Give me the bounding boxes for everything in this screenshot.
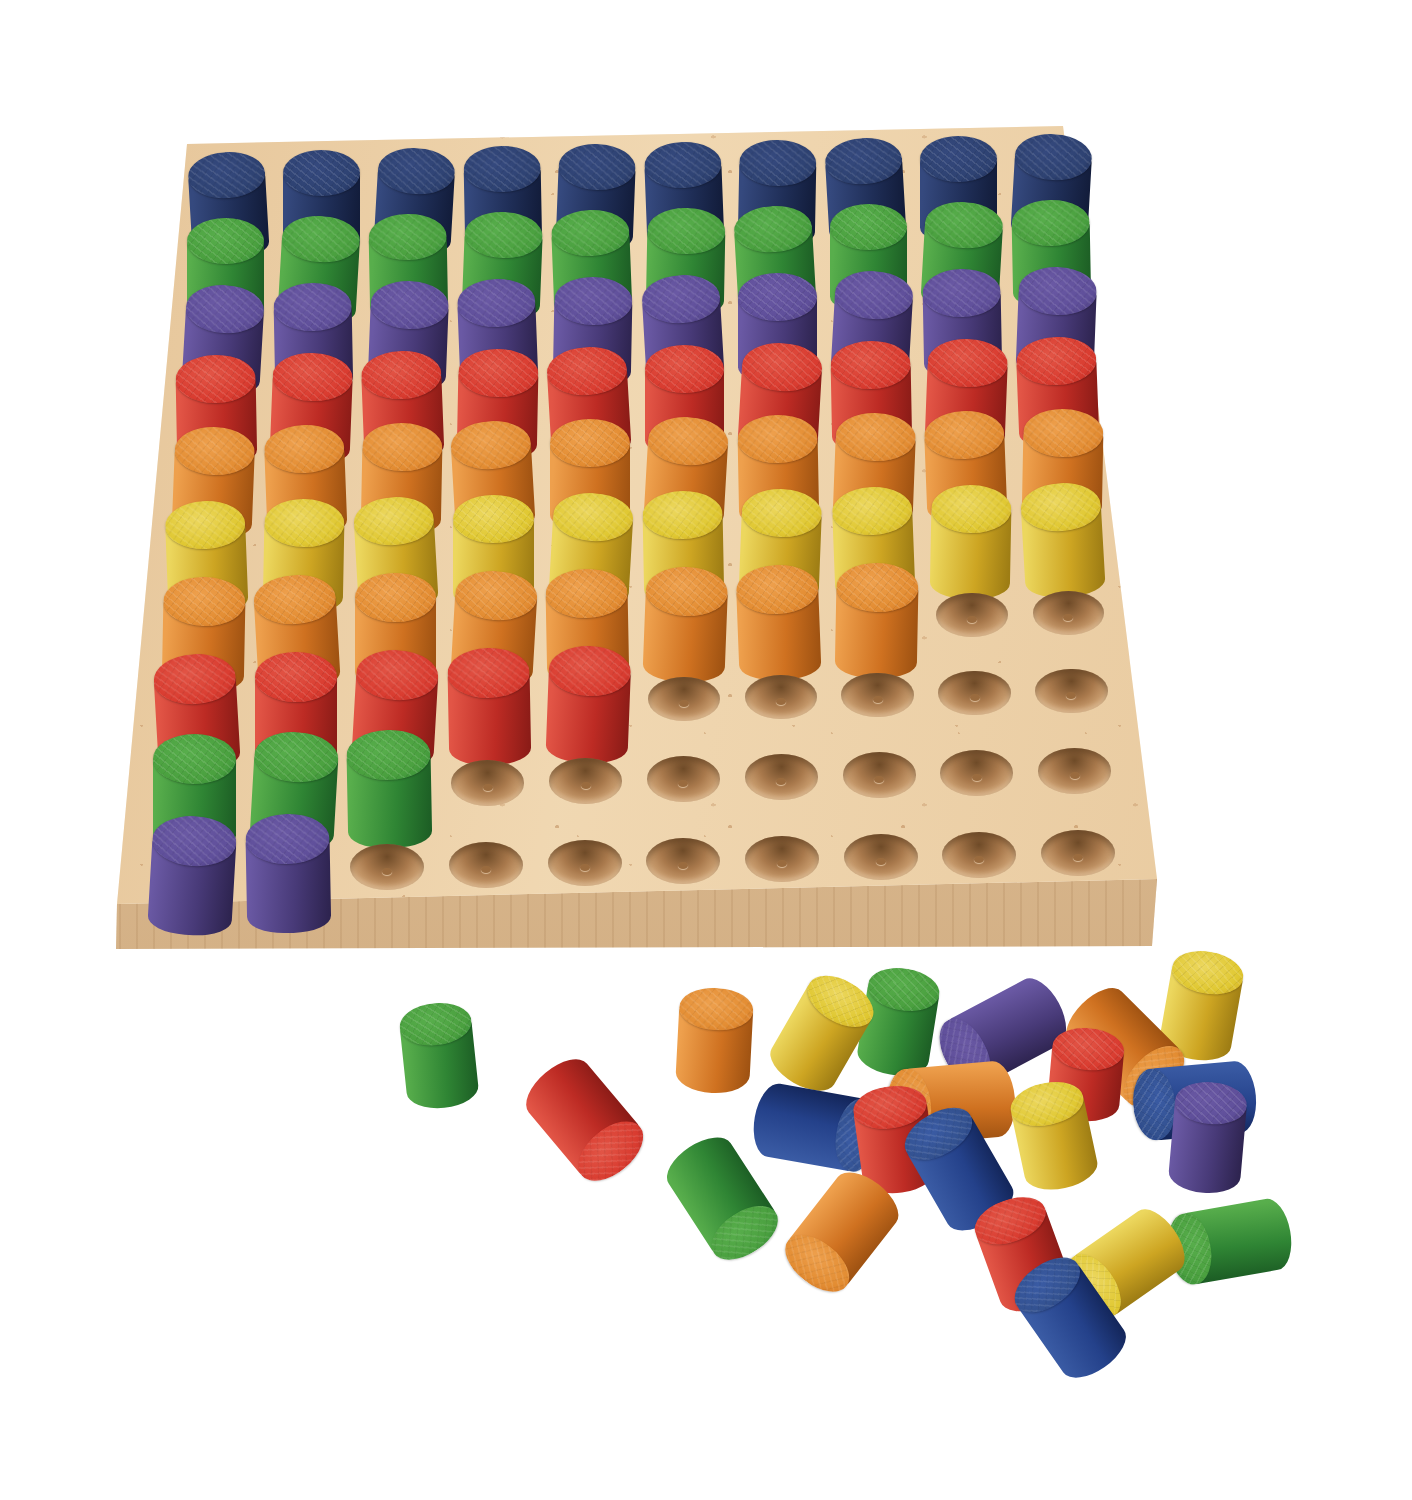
pegboard-photo bbox=[0, 0, 1412, 1500]
loose-pegs-area bbox=[0, 0, 1412, 1500]
